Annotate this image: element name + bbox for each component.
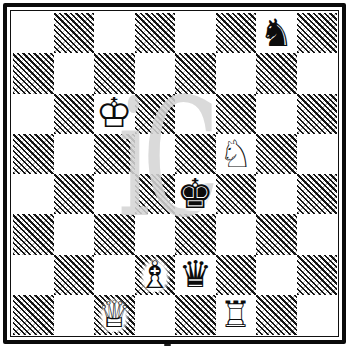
square-e4[interactable]: ♚: [175, 174, 216, 214]
square-f5[interactable]: ♘: [216, 134, 257, 174]
square-a5[interactable]: [13, 134, 54, 174]
white-rook[interactable]: ♖: [216, 295, 257, 335]
square-g3[interactable]: [256, 214, 297, 254]
square-c3[interactable]: [94, 214, 135, 254]
square-c4[interactable]: [94, 174, 135, 214]
black-king[interactable]: ♚: [175, 174, 216, 214]
square-h7[interactable]: [297, 53, 338, 93]
square-a7[interactable]: [13, 53, 54, 93]
square-c7[interactable]: [94, 53, 135, 93]
square-b1[interactable]: [54, 295, 95, 335]
square-d6[interactable]: [135, 94, 176, 134]
square-f8[interactable]: [216, 13, 257, 53]
square-d7[interactable]: [135, 53, 176, 93]
square-e5[interactable]: [175, 134, 216, 174]
square-d1[interactable]: [135, 295, 176, 335]
black-knight[interactable]: ♞: [256, 13, 297, 53]
square-g2[interactable]: [256, 255, 297, 295]
square-c2[interactable]: [94, 255, 135, 295]
square-e7[interactable]: [175, 53, 216, 93]
white-king[interactable]: ♔: [94, 94, 135, 134]
square-d8[interactable]: [135, 13, 176, 53]
square-f4[interactable]: [216, 174, 257, 214]
square-d3[interactable]: [135, 214, 176, 254]
square-f1[interactable]: ♖: [216, 295, 257, 335]
square-e3[interactable]: [175, 214, 216, 254]
square-h5[interactable]: [297, 134, 338, 174]
square-a6[interactable]: [13, 94, 54, 134]
square-c6[interactable]: ♔: [94, 94, 135, 134]
square-h3[interactable]: [297, 214, 338, 254]
square-a2[interactable]: [13, 255, 54, 295]
square-b4[interactable]: [54, 174, 95, 214]
square-h4[interactable]: [297, 174, 338, 214]
square-e2[interactable]: ♛: [175, 255, 216, 295]
square-b8[interactable]: [54, 13, 95, 53]
square-f3[interactable]: [216, 214, 257, 254]
square-h6[interactable]: [297, 94, 338, 134]
square-b7[interactable]: [54, 53, 95, 93]
square-g5[interactable]: [256, 134, 297, 174]
chess-diagram: ♞♔♘♚♗♛♕♖ iC: [0, 0, 350, 348]
square-b3[interactable]: [54, 214, 95, 254]
square-h1[interactable]: [297, 295, 338, 335]
square-f7[interactable]: [216, 53, 257, 93]
square-d4[interactable]: [135, 174, 176, 214]
white-knight[interactable]: ♘: [216, 134, 257, 174]
square-f6[interactable]: [216, 94, 257, 134]
square-c5[interactable]: [94, 134, 135, 174]
white-bishop[interactable]: ♗: [135, 255, 176, 295]
square-a3[interactable]: [13, 214, 54, 254]
square-g4[interactable]: [256, 174, 297, 214]
ink-speck: [164, 344, 171, 346]
square-g8[interactable]: ♞: [256, 13, 297, 53]
square-d5[interactable]: [135, 134, 176, 174]
square-a4[interactable]: [13, 174, 54, 214]
square-h8[interactable]: [297, 13, 338, 53]
square-b6[interactable]: [54, 94, 95, 134]
chess-board: ♞♔♘♚♗♛♕♖: [13, 13, 337, 335]
square-h2[interactable]: [297, 255, 338, 295]
square-b5[interactable]: [54, 134, 95, 174]
square-e6[interactable]: [175, 94, 216, 134]
square-e1[interactable]: [175, 295, 216, 335]
square-e8[interactable]: [175, 13, 216, 53]
square-c1[interactable]: ♕: [94, 295, 135, 335]
square-a1[interactable]: [13, 295, 54, 335]
square-c8[interactable]: [94, 13, 135, 53]
square-b2[interactable]: [54, 255, 95, 295]
square-g6[interactable]: [256, 94, 297, 134]
square-g1[interactable]: [256, 295, 297, 335]
white-queen[interactable]: ♕: [94, 295, 135, 335]
square-a8[interactable]: [13, 13, 54, 53]
square-g7[interactable]: [256, 53, 297, 93]
square-f2[interactable]: [216, 255, 257, 295]
square-d2[interactable]: ♗: [135, 255, 176, 295]
black-queen[interactable]: ♛: [175, 255, 216, 295]
